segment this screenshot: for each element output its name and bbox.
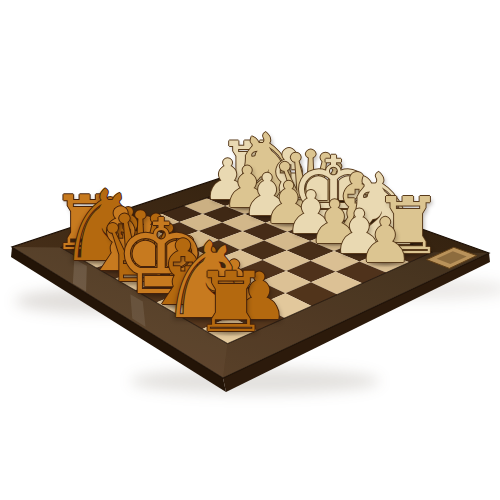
piece-white-rook-h1[interactable]: ♜ <box>194 261 268 344</box>
chess-set-product-photo: ♜♟♞♟♝♟♛♟♚♟♝♟♟♞♜♟♟♜♞♟♟♝♟♛♟♚♟♝♟♞♟♜ <box>0 0 500 500</box>
piece-black-pawn-h7[interactable]: ♟ <box>358 211 414 273</box>
